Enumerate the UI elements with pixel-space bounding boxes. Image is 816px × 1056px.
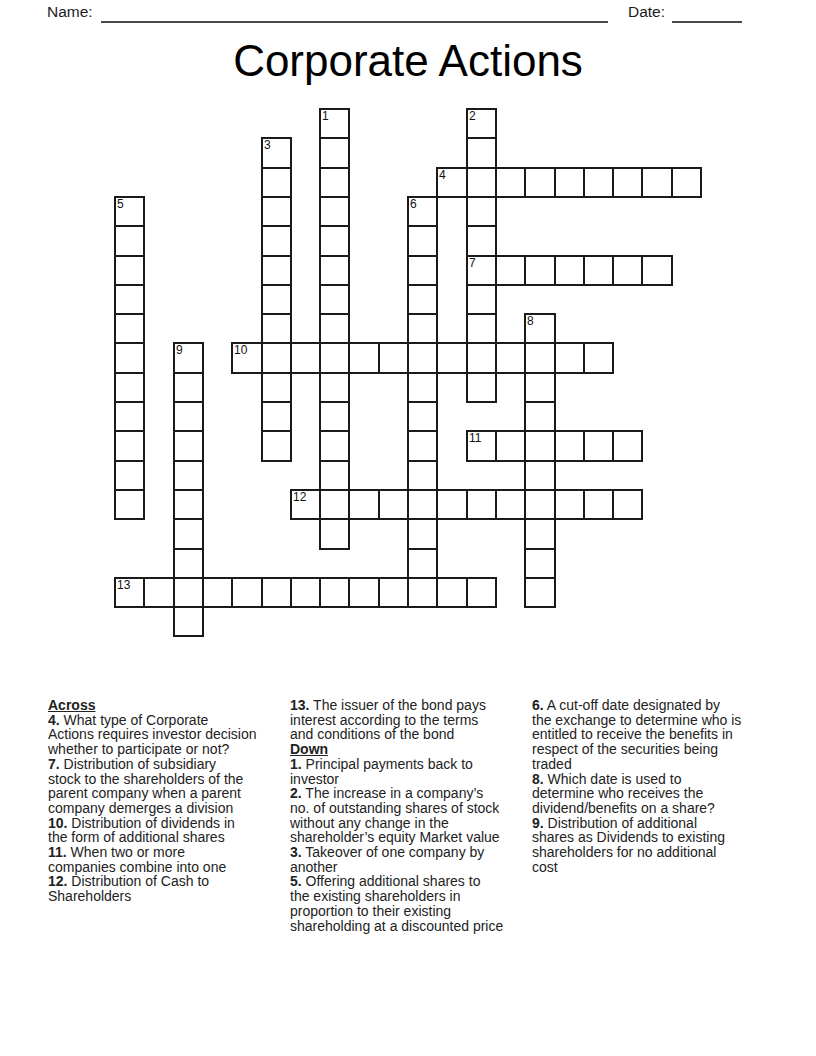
- grid-cell-r16-c12[interactable]: [466, 577, 497, 608]
- grid-cell-r16-c9[interactable]: [378, 577, 409, 608]
- grid-cell-r12-c0[interactable]: [114, 460, 145, 491]
- grid-cell-r4-c5[interactable]: [261, 225, 292, 257]
- grid-cell-r14-c14[interactable]: [524, 518, 556, 550]
- clue-text: The issuer of the bond pays interest acc…: [290, 697, 486, 742]
- clue-number: 3.: [290, 844, 302, 860]
- grid-cell-r9-c10[interactable]: [407, 372, 438, 403]
- worksheet-page: Name: Date: Corporate Actions 4710111213…: [0, 0, 816, 1056]
- clue-number: 13.: [290, 697, 309, 713]
- grid-cell-r2-c12[interactable]: [466, 167, 497, 198]
- grid-cell-r16-c4[interactable]: [231, 577, 263, 608]
- grid-cell-r16-c5[interactable]: [261, 577, 292, 608]
- grid-cell-r6-c0[interactable]: [114, 284, 145, 315]
- grid-cell-r10-c14[interactable]: [524, 401, 556, 432]
- grid-cell-r8-c12[interactable]: [466, 342, 497, 374]
- grid-cell-r1-c7[interactable]: [319, 137, 350, 169]
- clue-down-3: 3. Takeover of one company by another: [290, 845, 534, 874]
- grid-cell-r10-c7[interactable]: [319, 401, 350, 432]
- clue-number: 12.: [48, 873, 67, 889]
- grid-cell-r16-c11[interactable]: [436, 577, 468, 608]
- grid-cell-r14-c10[interactable]: [407, 518, 438, 550]
- grid-cell-r11-c17[interactable]: [612, 430, 643, 462]
- grid-cell-r11-c10[interactable]: [407, 430, 438, 462]
- clue-down-9: 9. Distribution of additional shares as …: [532, 816, 776, 875]
- grid-cell-r8-c0[interactable]: [114, 342, 145, 374]
- grid-cell-r12-c2[interactable]: [173, 460, 204, 491]
- grid-cell-r11-c0[interactable]: [114, 430, 145, 462]
- clue-text: The increase in a company’s no. of outst…: [290, 785, 500, 845]
- grid-cell-r2-c11[interactable]: 4: [436, 167, 468, 198]
- grid-cell-r7-c7[interactable]: [319, 313, 350, 344]
- grid-cell-r16-c1[interactable]: [143, 577, 175, 608]
- grid-cell-r8-c14[interactable]: [524, 342, 556, 374]
- grid-cell-r5-c16[interactable]: [583, 255, 614, 286]
- grid-cell-r4-c0[interactable]: [114, 225, 145, 257]
- grid-cell-r9-c7[interactable]: [319, 372, 350, 403]
- grid-cell-r16-c7[interactable]: [319, 577, 350, 608]
- clue-number: 5.: [290, 873, 302, 889]
- grid-cell-r11-c16[interactable]: [583, 430, 614, 462]
- clue-text: What type of Corporate Actions requires …: [48, 712, 257, 757]
- grid-cell-r5-c15[interactable]: [554, 255, 585, 286]
- date-label: Date:: [628, 3, 665, 21]
- down-header-label: Down: [290, 741, 328, 757]
- grid-cell-r3-c5[interactable]: [261, 196, 292, 227]
- grid-cell-r2-c19[interactable]: [671, 167, 702, 198]
- clue-number: 2.: [290, 785, 302, 801]
- clue-down-5: 5. Offering additional shares to the exi…: [290, 874, 534, 933]
- grid-cell-r10-c10[interactable]: [407, 401, 438, 432]
- cell-number: 13: [117, 580, 130, 591]
- date-fill-line[interactable]: [672, 21, 742, 23]
- grid-cell-r8-c2[interactable]: 9: [173, 342, 204, 374]
- cell-number: 2: [469, 111, 476, 122]
- cell-number: 3: [264, 140, 271, 151]
- grid-cell-r4-c10[interactable]: [407, 225, 438, 257]
- grid-cell-r5-c17[interactable]: [612, 255, 643, 286]
- grid-cell-r7-c5[interactable]: [261, 313, 292, 344]
- grid-cell-r9-c14[interactable]: [524, 372, 556, 403]
- grid-cell-r8-c4[interactable]: 10: [231, 342, 263, 374]
- grid-cell-r14-c7[interactable]: [319, 518, 350, 550]
- grid-cell-r9-c12[interactable]: [466, 372, 497, 403]
- grid-cell-r3-c10[interactable]: 6: [407, 196, 438, 227]
- grid-cell-r7-c14[interactable]: 8: [524, 313, 556, 344]
- grid-cell-r2-c18[interactable]: [641, 167, 673, 198]
- grid-cell-r4-c7[interactable]: [319, 225, 350, 257]
- grid-cell-r13-c15[interactable]: [554, 489, 585, 520]
- clue-across-10: 10. Distribution of dividends in the for…: [48, 816, 292, 845]
- grid-cell-r13-c2[interactable]: [173, 489, 204, 520]
- grid-cell-r16-c8[interactable]: [348, 577, 380, 608]
- clue-down-1: 1. Principal payments back to investor: [290, 757, 534, 786]
- name-fill-line[interactable]: [101, 21, 608, 23]
- grid-cell-r0-c12[interactable]: 2: [466, 108, 497, 139]
- grid-cell-r2-c14[interactable]: [524, 167, 556, 198]
- grid-cell-r11-c7[interactable]: [319, 430, 350, 462]
- grid-cell-r13-c17[interactable]: [612, 489, 643, 520]
- grid-cell-r9-c5[interactable]: [261, 372, 292, 403]
- grid-cell-r8-c13[interactable]: [495, 342, 526, 374]
- cell-number: 9: [176, 345, 183, 356]
- grid-cell-r15-c10[interactable]: [407, 548, 438, 579]
- cell-number: 7: [469, 258, 476, 269]
- clue-across-4: 4. What type of Corporate Actions requir…: [48, 713, 292, 757]
- grid-cell-r13-c14[interactable]: [524, 489, 556, 520]
- grid-cell-r16-c10[interactable]: [407, 577, 438, 608]
- grid-cell-r11-c2[interactable]: [173, 430, 204, 462]
- clue-across-7: 7. Distribution of subsidiary stock to t…: [48, 757, 292, 816]
- grid-cell-r5-c18[interactable]: [641, 255, 673, 286]
- grid-cell-r16-c2[interactable]: [173, 577, 204, 608]
- clue-text: Which date is used to determine who rece…: [532, 771, 715, 816]
- clue-text: Distribution of Cash to Shareholders: [48, 873, 209, 904]
- grid-cell-r8-c5[interactable]: [261, 342, 292, 374]
- across-header-label: Across: [48, 697, 95, 713]
- grid-cell-r9-c2[interactable]: [173, 372, 204, 403]
- clue-number: 8.: [532, 771, 544, 787]
- grid-cell-r13-c6[interactable]: 12: [290, 489, 321, 520]
- clue-text: Takeover of one company by another: [290, 844, 484, 875]
- cell-number: 6: [410, 199, 417, 210]
- grid-cell-r7-c10[interactable]: [407, 313, 438, 344]
- clue-column-3: 6. A cut-off date designated by the exch…: [532, 698, 776, 874]
- grid-cell-r14-c2[interactable]: [173, 518, 204, 550]
- clue-down-6: 6. A cut-off date designated by the exch…: [532, 698, 776, 772]
- grid-cell-r13-c8[interactable]: [348, 489, 380, 520]
- clue-text: Principal payments back to investor: [290, 756, 473, 787]
- cell-number: 11: [469, 433, 481, 444]
- grid-cell-r7-c0[interactable]: [114, 313, 145, 344]
- clue-number: 9.: [532, 815, 544, 831]
- down-header: Down: [290, 742, 534, 757]
- clue-text: Distribution of additional shares as Div…: [532, 815, 725, 875]
- grid-cell-r5-c0[interactable]: [114, 255, 145, 286]
- clue-number: 4.: [48, 712, 60, 728]
- grid-cell-r11-c14[interactable]: [524, 430, 556, 462]
- grid-cell-r13-c9[interactable]: [378, 489, 409, 520]
- grid-cell-r11-c12[interactable]: 11: [466, 430, 497, 462]
- grid-cell-r8-c6[interactable]: [290, 342, 321, 374]
- grid-cell-r10-c0[interactable]: [114, 401, 145, 432]
- grid-cell-r1-c5[interactable]: 3: [261, 137, 292, 169]
- clue-column-2: 13. The issuer of the bond pays interest…: [290, 698, 534, 933]
- grid-cell-r13-c10[interactable]: [407, 489, 438, 520]
- grid-cell-r13-c16[interactable]: [583, 489, 614, 520]
- grid-cell-r2-c15[interactable]: [554, 167, 585, 198]
- grid-cell-r5-c5[interactable]: [261, 255, 292, 286]
- grid-cell-r12-c14[interactable]: [524, 460, 556, 491]
- grid-cell-r12-c7[interactable]: [319, 460, 350, 491]
- across-header: Across: [48, 698, 292, 713]
- clue-text: Distribution of dividends in the form of…: [48, 815, 235, 846]
- clue-number: 10.: [48, 815, 67, 831]
- grid-cell-r11-c13[interactable]: [495, 430, 526, 462]
- grid-cell-r13-c11[interactable]: [436, 489, 468, 520]
- grid-cell-r3-c7[interactable]: [319, 196, 350, 227]
- cell-number: 5: [117, 199, 124, 210]
- name-label: Name:: [47, 3, 93, 21]
- clue-number: 7.: [48, 756, 60, 772]
- grid-cell-r5-c7[interactable]: [319, 255, 350, 286]
- clue-text: Offering additional shares to the existi…: [290, 873, 503, 933]
- grid-cell-r13-c0[interactable]: [114, 489, 145, 520]
- grid-cell-r11-c5[interactable]: [261, 430, 292, 462]
- clue-down-8: 8. Which date is used to determine who r…: [532, 772, 776, 816]
- grid-cell-r2-c13[interactable]: [495, 167, 526, 198]
- grid-cell-r6-c5[interactable]: [261, 284, 292, 315]
- cell-number: 4: [439, 170, 446, 181]
- grid-cell-r8-c9[interactable]: [378, 342, 409, 374]
- cell-number: 1: [322, 111, 329, 122]
- grid-cell-r13-c12[interactable]: [466, 489, 497, 520]
- clue-across-13: 13. The issuer of the bond pays interest…: [290, 698, 534, 742]
- grid-cell-r15-c14[interactable]: [524, 548, 556, 579]
- grid-cell-r7-c12[interactable]: [466, 313, 497, 344]
- clue-column-1: Across4. What type of Corporate Actions …: [48, 698, 292, 904]
- grid-cell-r5-c10[interactable]: [407, 255, 438, 286]
- crossword-grid: 47101112131235689: [114, 108, 702, 637]
- grid-cell-r8-c15[interactable]: [554, 342, 585, 374]
- grid-cell-r17-c2[interactable]: [173, 606, 204, 637]
- grid-cell-r13-c7[interactable]: [319, 489, 350, 520]
- grid-cell-r16-c14[interactable]: [524, 577, 556, 608]
- grid-cell-r16-c0[interactable]: 13: [114, 577, 145, 608]
- clue-number: 6.: [532, 697, 544, 713]
- clue-across-12: 12. Distribution of Cash to Shareholders: [48, 874, 292, 903]
- grid-cell-r10-c2[interactable]: [173, 401, 204, 432]
- grid-cell-r5-c14[interactable]: [524, 255, 556, 286]
- grid-cell-r8-c10[interactable]: [407, 342, 438, 374]
- clue-across-11: 11. When two or more companies combine i…: [48, 845, 292, 874]
- grid-cell-r10-c5[interactable]: [261, 401, 292, 432]
- grid-cell-r16-c6[interactable]: [290, 577, 321, 608]
- grid-cell-r2-c16[interactable]: [583, 167, 614, 198]
- grid-cell-r2-c17[interactable]: [612, 167, 643, 198]
- clue-number: 11.: [48, 844, 67, 860]
- grid-cell-r6-c7[interactable]: [319, 284, 350, 315]
- clue-number: 1.: [290, 756, 302, 772]
- grid-cell-r6-c12[interactable]: [466, 284, 497, 315]
- grid-cell-r15-c2[interactable]: [173, 548, 204, 579]
- cell-number: 10: [234, 345, 247, 356]
- grid-cell-r1-c12[interactable]: [466, 137, 497, 169]
- grid-cell-r8-c11[interactable]: [436, 342, 468, 374]
- grid-cell-r8-c7[interactable]: [319, 342, 350, 374]
- grid-cell-r6-c10[interactable]: [407, 284, 438, 315]
- grid-cell-r5-c13[interactable]: [495, 255, 526, 286]
- grid-cell-r5-c12[interactable]: 7: [466, 255, 497, 286]
- grid-cell-r3-c12[interactable]: [466, 196, 497, 227]
- grid-cell-r16-c3[interactable]: [202, 577, 233, 608]
- grid-cell-r8-c8[interactable]: [348, 342, 380, 374]
- grid-cell-r13-c13[interactable]: [495, 489, 526, 520]
- grid-cell-r4-c12[interactable]: [466, 225, 497, 257]
- grid-cell-r8-c16[interactable]: [583, 342, 614, 374]
- clue-text: When two or more companies combine into …: [48, 844, 226, 875]
- grid-cell-r12-c10[interactable]: [407, 460, 438, 491]
- puzzle-title: Corporate Actions: [0, 36, 816, 86]
- grid-cell-r11-c15[interactable]: [554, 430, 585, 462]
- cell-number: 12: [293, 492, 306, 503]
- grid-cell-r3-c0[interactable]: 5: [114, 196, 145, 227]
- clue-text: A cut-off date designated by the exchang…: [532, 697, 741, 772]
- grid-cell-r2-c5[interactable]: [261, 167, 292, 198]
- clue-text: Distribution of subsidiary stock to the …: [48, 756, 243, 816]
- clue-down-2: 2. The increase in a company’s no. of ou…: [290, 786, 534, 845]
- grid-cell-r0-c7[interactable]: 1: [319, 108, 350, 139]
- grid-cell-r2-c7[interactable]: [319, 167, 350, 198]
- cell-number: 8: [527, 316, 534, 327]
- grid-cell-r9-c0[interactable]: [114, 372, 145, 403]
